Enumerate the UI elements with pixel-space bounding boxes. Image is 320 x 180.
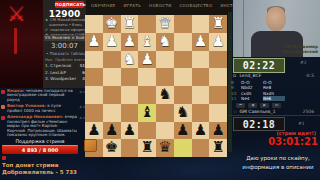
- black-pawn: ♟: [174, 122, 192, 140]
- move-list[interactable]: 8O-OO-O9Nbd2Re810cxd5Nxd511Ne4Be6: [231, 80, 303, 101]
- board-square[interactable]: ♞: [156, 86, 174, 104]
- site-nav: ОБУЧЕНИЕИГРАТЬНОВОСТИСООБЩЕСТВОИНСТРУМЕН…: [86, 0, 232, 15]
- board-square[interactable]: [209, 68, 227, 86]
- board-square[interactable]: [156, 122, 174, 140]
- board-square[interactable]: ♟: [121, 122, 139, 140]
- match-banner[interactable]: VS Яковлев × Бой: [44, 35, 85, 41]
- black-rating: 2506: [303, 109, 314, 114]
- board-square[interactable]: [192, 104, 210, 122]
- board-square[interactable]: ♛: [156, 139, 174, 157]
- channel-title-row: ♞ СМ Михайловский Влад.: [45, 18, 85, 22]
- chat-message[interactable]: Виктор Усманов: в пуле пробил 1000 на ли…: [0, 103, 86, 114]
- playback-button[interactable]: ◀: [248, 103, 257, 108]
- white-pawn: ♟: [121, 33, 139, 51]
- board-square[interactable]: ♜: [121, 15, 139, 33]
- promo-text: Даю уроки по скайпу, информация в описан…: [238, 154, 318, 171]
- board-square[interactable]: ♚: [103, 15, 121, 33]
- white-pawn: ♟: [85, 33, 103, 51]
- chat-message[interactable]: Кешка: человек попадался на виноградовке…: [0, 88, 86, 103]
- eval-value: -0.5: [305, 73, 314, 78]
- ticker-icon: [2, 156, 6, 160]
- board-square[interactable]: ♟: [209, 33, 227, 51]
- board-square[interactable]: ♜: [138, 139, 156, 157]
- black-player-name: GM Савельев_1: [239, 109, 275, 114]
- white-pawn: ♟: [209, 33, 227, 51]
- board-square[interactable]: [174, 139, 192, 157]
- white-player-name: Lend_BCF: [239, 73, 261, 78]
- white-knight: ♞: [156, 33, 174, 51]
- white-pawn: ♟: [103, 33, 121, 51]
- board-square[interactable]: [103, 104, 121, 122]
- white-pawn: ♟: [192, 33, 210, 51]
- board-square[interactable]: ♚: [103, 139, 121, 157]
- board-square[interactable]: ♟: [192, 122, 210, 140]
- chess-board: ♚♜♛♜♟♟♟♝♞♟♟♞♟♞♝♞♟♟♟♟♟♟♚♜♛♜: [85, 15, 227, 157]
- emblem-bar: [14, 28, 17, 54]
- board-square[interactable]: ♟: [209, 122, 227, 140]
- board-square[interactable]: ♝: [138, 104, 156, 122]
- nav-item[interactable]: НОВОСТИ: [149, 3, 171, 8]
- leaderboard-row[interactable]: 2. LexLikP6: [45, 70, 85, 77]
- opponent-clock: 02:22: [233, 58, 285, 73]
- board-square[interactable]: ♟: [103, 122, 121, 140]
- clock-top-tag: #2: [300, 60, 307, 65]
- leaderboard-col-nick: Ник: [45, 57, 53, 62]
- black-pawn: ♟: [85, 122, 103, 140]
- door-frame: [243, 0, 244, 57]
- badge-icon: [1, 116, 5, 120]
- board-square[interactable]: [156, 51, 174, 69]
- channel-subtitle: шахматы • блиц: [45, 23, 85, 27]
- board-square[interactable]: ♝: [138, 33, 156, 51]
- board-square[interactable]: ♞: [174, 104, 192, 122]
- board-square[interactable]: [121, 139, 139, 157]
- black-knight: ♞: [174, 104, 192, 122]
- badge-icon: [1, 90, 5, 94]
- donation-progress-bar: 4 893 / 8 000: [2, 145, 78, 154]
- white-bishop: ♝: [138, 33, 156, 51]
- board-square[interactable]: [121, 68, 139, 86]
- webcam: СМ Владимир Михайловский: [233, 0, 320, 57]
- white-rook: ♜: [121, 15, 139, 33]
- white-knight: ♞: [121, 51, 139, 69]
- black-pawn: ♟: [209, 122, 227, 140]
- board-square[interactable]: ♞: [156, 33, 174, 51]
- board-square[interactable]: [103, 51, 121, 69]
- board-square[interactable]: ♟: [121, 33, 139, 51]
- black-rook: ♜: [138, 139, 156, 157]
- board-square[interactable]: [192, 15, 210, 33]
- top-donation-value: Доброжелатель - 5 733: [2, 169, 77, 175]
- white-pawn-icon: ▫: [233, 73, 238, 78]
- black-rook: ♜: [209, 139, 227, 157]
- move-controls: ⏮◀▶⏭: [236, 103, 281, 108]
- nav-item[interactable]: ИГРАТЬ: [124, 3, 142, 8]
- move-row[interactable]: 11Ne4Be6: [231, 96, 303, 101]
- black-pawn: ♟: [192, 122, 210, 140]
- streamer-face: [266, 7, 286, 31]
- black-pawn: ♟: [103, 122, 121, 140]
- leaderboard-col-value: Проблем взято: [55, 57, 85, 62]
- board-square[interactable]: [174, 68, 192, 86]
- board-square[interactable]: [138, 122, 156, 140]
- black-bishop: ♝: [138, 104, 156, 122]
- board-square[interactable]: [174, 86, 192, 104]
- black-knight: ♞: [156, 86, 174, 104]
- board-square[interactable]: [85, 68, 103, 86]
- black-pawn: ♟: [121, 122, 139, 140]
- board-square[interactable]: [85, 104, 103, 122]
- board-square[interactable]: [192, 86, 210, 104]
- subscribe-button[interactable]: ПОДПИСАТЬСЯ: [55, 1, 84, 8]
- board-square[interactable]: [174, 33, 192, 51]
- white-player-row[interactable]: ▫ Lend_BCF -0.5: [233, 73, 318, 78]
- black-queen: ♛: [156, 139, 174, 157]
- board-square[interactable]: ♟: [85, 33, 103, 51]
- white-king: ♚: [103, 15, 121, 33]
- white-queen: ♛: [156, 15, 174, 33]
- board-square[interactable]: [121, 104, 139, 122]
- white-rook: ♜: [209, 15, 227, 33]
- leaderboard-row[interactable]: 1. Стрелков51: [45, 63, 85, 70]
- board-square[interactable]: [156, 68, 174, 86]
- chat-list[interactable]: Кешка: человек попадался на виноградовке…: [0, 88, 86, 137]
- divider-line: [228, 115, 320, 116]
- board-square[interactable]: [138, 68, 156, 86]
- board-square[interactable]: ♟: [85, 122, 103, 140]
- black-pawn-icon: ●: [233, 109, 238, 114]
- board-square[interactable]: [209, 51, 227, 69]
- leaderboard-row[interactable]: 3. Woodpecker4: [45, 76, 85, 83]
- board-square[interactable]: [85, 51, 103, 69]
- clock-bottom-tag: #1: [298, 121, 305, 126]
- board-square[interactable]: [192, 51, 210, 69]
- nav-item[interactable]: СООБЩЕСТВО: [180, 3, 213, 8]
- board-square[interactable]: [209, 86, 227, 104]
- stream-timer: 03:01:21: [252, 136, 318, 147]
- session-timer: 3:00:07: [43, 42, 86, 50]
- playback-button[interactable]: ▶: [260, 103, 269, 108]
- badge-icon: [1, 105, 5, 109]
- club-emblem-icon: ⚔: [7, 4, 26, 25]
- board-square[interactable]: [209, 104, 227, 122]
- leaderboard-table: Ник Проблем взято 1. Стрелков512. LexLik…: [45, 57, 85, 83]
- board-square[interactable]: [174, 15, 192, 33]
- stream-logo-strip: ⚔: [0, 0, 43, 88]
- board-square[interactable]: ♜: [209, 139, 227, 157]
- top-donation-label: Топ донат стрима: [2, 162, 59, 168]
- board-square[interactable]: ♛: [156, 15, 174, 33]
- board-square[interactable]: [121, 86, 139, 104]
- black-player-row[interactable]: ● GM Савельев_1 2506: [233, 109, 318, 114]
- board-square[interactable]: [85, 86, 103, 104]
- board-square[interactable]: ♟: [138, 51, 156, 69]
- board-square[interactable]: ♟: [192, 33, 210, 51]
- channel-icon: ♞: [45, 18, 49, 22]
- board-square[interactable]: [174, 51, 192, 69]
- stream-overlay: ⚔ ПОДПИСАТЬСЯ 12900 ♞ СМ Михайловский Вл…: [0, 0, 320, 180]
- streamer-name: СМ Владимир Михайловский: [283, 45, 318, 55]
- board-square[interactable]: [103, 68, 121, 86]
- channel-panel: ПОДПИСАТЬСЯ 12900 ♞ СМ Михайловский Влад…: [43, 0, 86, 88]
- white-pawn: ♟: [138, 51, 156, 69]
- board-square[interactable]: [192, 139, 210, 157]
- board-square[interactable]: [85, 15, 103, 33]
- board-square[interactable]: ♟: [103, 33, 121, 51]
- board-square[interactable]: [103, 86, 121, 104]
- board-square[interactable]: [138, 86, 156, 104]
- playback-button[interactable]: ⏮: [236, 103, 245, 108]
- table-note[interactable]: • Показать таблицу: [46, 51, 86, 56]
- black-king: ♚: [103, 139, 121, 157]
- playback-button[interactable]: ⏭: [272, 103, 281, 108]
- board-square[interactable]: [192, 68, 210, 86]
- board-square[interactable]: [138, 15, 156, 33]
- donation-emoji-icon: [84, 139, 97, 152]
- chat-message[interactable]: Александр Николаевич: вчера посмотрел фи…: [0, 114, 86, 137]
- donation-title: Поддержка стрима: [0, 139, 80, 144]
- nav-item[interactable]: ОБУЧЕНИЕ: [91, 3, 116, 8]
- board-square[interactable]: ♞: [121, 51, 139, 69]
- board-square[interactable]: ♟: [174, 122, 192, 140]
- player-clock: 02:18: [233, 117, 285, 131]
- board-square[interactable]: [156, 104, 174, 122]
- board-square[interactable]: ♜: [209, 15, 227, 33]
